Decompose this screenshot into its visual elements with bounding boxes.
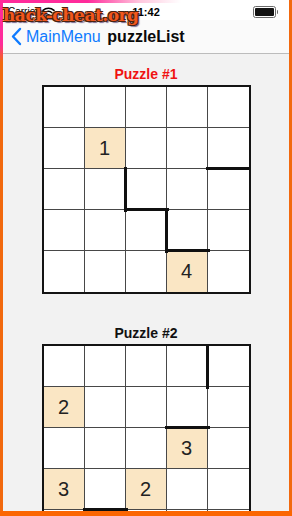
cell-r1c4 (167, 87, 208, 128)
cell-r2c4 (167, 128, 208, 169)
cell-r3c3 (126, 169, 167, 210)
puzzle-1-grid[interactable]: 14 (42, 85, 251, 294)
frame-border-top (0, 0, 292, 3)
cell-r3c2 (85, 169, 126, 210)
cell-r4c4 (167, 210, 208, 251)
cell-r5c1 (44, 251, 85, 292)
cell-r3c4: 3 (167, 428, 208, 469)
cell-r5c4: 4 (167, 251, 208, 292)
cell-r3c1 (44, 428, 85, 469)
navigation-bar: MainMenu puzzleList (3, 20, 289, 54)
cell-r2c1: 2 (44, 387, 85, 428)
cell-r5c5 (208, 251, 249, 292)
watermark: hack-cheat.org (3, 5, 138, 25)
puzzle-1-title: Puzzle #1 (3, 66, 289, 82)
cell-r3c1 (44, 169, 85, 210)
back-label: MainMenu (26, 28, 101, 46)
puzzle-1-item: Puzzle #1 14 (3, 66, 289, 294)
puzzle-2-item: Puzzle #2 2332 (3, 325, 289, 511)
cell-r1c4 (167, 346, 208, 387)
cell-r1c2 (85, 87, 126, 128)
cell-r3c4 (167, 169, 208, 210)
region-border-segment (165, 249, 210, 252)
cell-r1c1 (44, 87, 85, 128)
cell-r4c2 (85, 210, 126, 251)
puzzle-2-grid[interactable]: 2332 (42, 344, 251, 511)
back-button[interactable]: MainMenu (11, 27, 101, 46)
app-window: Carrier 11:42 MainMenu puzzle (0, 0, 292, 516)
region-border-segment (165, 208, 168, 253)
cell-r4c5 (208, 210, 249, 251)
cell-r2c2: 1 (85, 128, 126, 169)
cell-r1c5 (208, 87, 249, 128)
cell-r4c1: 3 (44, 469, 85, 510)
cell-r5c3 (126, 251, 167, 292)
cell-r1c5 (208, 346, 249, 387)
cell-r2c5 (208, 387, 249, 428)
region-border-segment (206, 346, 209, 389)
cell-r4c5 (208, 469, 249, 510)
cell-r2c2 (85, 387, 126, 428)
screen: Carrier 11:42 MainMenu puzzle (3, 3, 289, 511)
cell-r5c2 (85, 251, 126, 292)
cell-r3c5 (208, 428, 249, 469)
cell-r4c1 (44, 210, 85, 251)
cell-r2c4 (167, 387, 208, 428)
puzzle-list: Puzzle #1 14 Puzzle #2 2332 (3, 66, 289, 511)
cell-r4c2 (85, 469, 126, 510)
cell-r3c5 (208, 169, 249, 210)
cell-r1c1 (44, 346, 85, 387)
battery-icon (253, 6, 279, 18)
cell-r2c1 (44, 128, 85, 169)
cell-r1c3 (126, 87, 167, 128)
frame-border-left (0, 0, 3, 516)
cell-r3c2 (85, 428, 126, 469)
frame-border-right (289, 0, 292, 516)
puzzle-2-title: Puzzle #2 (3, 325, 289, 341)
region-border-segment (165, 426, 210, 429)
region-border-segment (124, 167, 127, 212)
cell-r4c3: 2 (126, 469, 167, 510)
cell-r2c5 (208, 128, 249, 169)
frame-border-bottom (0, 511, 292, 516)
cell-r2c3 (126, 387, 167, 428)
chevron-left-icon (11, 27, 22, 46)
region-border-segment (124, 208, 169, 211)
cell-r2c3 (126, 128, 167, 169)
region-border-segment (206, 167, 249, 170)
cell-r4c3 (126, 210, 167, 251)
cell-r1c2 (85, 346, 126, 387)
cell-r3c3 (126, 428, 167, 469)
cell-r1c3 (126, 346, 167, 387)
cell-r4c4 (167, 469, 208, 510)
